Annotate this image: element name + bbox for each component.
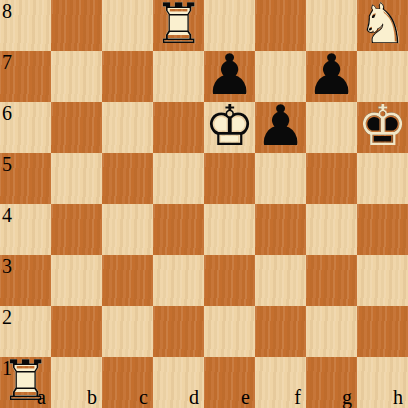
square-h6[interactable]: ♚♔ xyxy=(357,102,408,153)
white-knight[interactable]: ♞♘ xyxy=(357,0,408,51)
square-a1[interactable]: 1a♜♖ xyxy=(0,357,51,408)
square-d5[interactable] xyxy=(153,153,204,204)
square-g3[interactable] xyxy=(306,255,357,306)
square-c3[interactable] xyxy=(102,255,153,306)
square-b5[interactable] xyxy=(51,153,102,204)
square-f3[interactable] xyxy=(255,255,306,306)
square-b4[interactable] xyxy=(51,204,102,255)
piece-outline-glyph: ♘ xyxy=(357,0,407,52)
square-g5[interactable] xyxy=(306,153,357,204)
rank-label-5: 5 xyxy=(2,154,12,174)
square-g4[interactable] xyxy=(306,204,357,255)
square-a5[interactable]: 5 xyxy=(0,153,51,204)
black-pawn[interactable]: ♟ xyxy=(306,51,357,102)
file-label-e: e xyxy=(241,387,250,407)
square-h1[interactable]: h xyxy=(357,357,408,408)
square-f2[interactable] xyxy=(255,306,306,357)
piece-fill-glyph: ♞ xyxy=(357,0,407,52)
square-c6[interactable] xyxy=(102,102,153,153)
square-g2[interactable] xyxy=(306,306,357,357)
square-d7[interactable] xyxy=(153,51,204,102)
square-b3[interactable] xyxy=(51,255,102,306)
white-king[interactable]: ♚♔ xyxy=(204,102,255,153)
piece-fill-glyph: ♜ xyxy=(153,0,203,52)
piece-fill-glyph: ♟ xyxy=(255,98,305,154)
square-h8[interactable]: ♞♘ xyxy=(357,0,408,51)
piece-outline-glyph: ♖ xyxy=(153,0,203,52)
chess-board: 8♜♖♞♘7♟♟6♚♔♟♚♔54321a♜♖bcdefgh xyxy=(0,0,408,408)
square-f5[interactable] xyxy=(255,153,306,204)
rank-label-1: 1 xyxy=(2,358,12,378)
square-h2[interactable] xyxy=(357,306,408,357)
file-label-c: c xyxy=(139,387,148,407)
square-d3[interactable] xyxy=(153,255,204,306)
square-a4[interactable]: 4 xyxy=(0,204,51,255)
rank-label-2: 2 xyxy=(2,307,12,327)
square-c7[interactable] xyxy=(102,51,153,102)
file-label-h: h xyxy=(393,387,403,407)
piece-detail-glyph: ♔ xyxy=(357,98,407,154)
square-e4[interactable] xyxy=(204,204,255,255)
file-label-f: f xyxy=(294,387,301,407)
square-b8[interactable] xyxy=(51,0,102,51)
piece-outline-glyph: ♔ xyxy=(204,98,254,154)
square-h3[interactable] xyxy=(357,255,408,306)
square-a6[interactable]: 6 xyxy=(0,102,51,153)
square-c8[interactable] xyxy=(102,0,153,51)
black-king[interactable]: ♚♔ xyxy=(357,102,408,153)
square-b1[interactable]: b xyxy=(51,357,102,408)
white-rook[interactable]: ♜♖ xyxy=(153,0,204,51)
square-b7[interactable] xyxy=(51,51,102,102)
square-g8[interactable] xyxy=(306,0,357,51)
square-d2[interactable] xyxy=(153,306,204,357)
rank-label-4: 4 xyxy=(2,205,12,225)
square-h5[interactable] xyxy=(357,153,408,204)
black-pawn[interactable]: ♟ xyxy=(204,51,255,102)
square-g7[interactable]: ♟ xyxy=(306,51,357,102)
square-h7[interactable] xyxy=(357,51,408,102)
rank-label-7: 7 xyxy=(2,52,12,72)
piece-fill-glyph: ♚ xyxy=(204,98,254,154)
square-b6[interactable] xyxy=(51,102,102,153)
square-f1[interactable]: f xyxy=(255,357,306,408)
square-e3[interactable] xyxy=(204,255,255,306)
rank-label-3: 3 xyxy=(2,256,12,276)
square-c4[interactable] xyxy=(102,204,153,255)
square-c2[interactable] xyxy=(102,306,153,357)
piece-fill-glyph: ♚ xyxy=(357,98,407,154)
file-label-a: a xyxy=(37,387,46,407)
square-d4[interactable] xyxy=(153,204,204,255)
square-g6[interactable] xyxy=(306,102,357,153)
square-a3[interactable]: 3 xyxy=(0,255,51,306)
square-e7[interactable]: ♟ xyxy=(204,51,255,102)
square-f4[interactable] xyxy=(255,204,306,255)
rank-label-6: 6 xyxy=(2,103,12,123)
square-a2[interactable]: 2 xyxy=(0,306,51,357)
square-a7[interactable]: 7 xyxy=(0,51,51,102)
square-d8[interactable]: ♜♖ xyxy=(153,0,204,51)
piece-fill-glyph: ♟ xyxy=(204,47,254,103)
square-c1[interactable]: c xyxy=(102,357,153,408)
file-label-b: b xyxy=(87,387,97,407)
square-f6[interactable]: ♟ xyxy=(255,102,306,153)
square-e8[interactable] xyxy=(204,0,255,51)
square-e1[interactable]: e xyxy=(204,357,255,408)
square-e5[interactable] xyxy=(204,153,255,204)
square-b2[interactable] xyxy=(51,306,102,357)
square-d1[interactable]: d xyxy=(153,357,204,408)
square-e6[interactable]: ♚♔ xyxy=(204,102,255,153)
square-e2[interactable] xyxy=(204,306,255,357)
file-label-d: d xyxy=(189,387,199,407)
square-a8[interactable]: 8 xyxy=(0,0,51,51)
square-f7[interactable] xyxy=(255,51,306,102)
rank-label-8: 8 xyxy=(2,1,12,21)
square-h4[interactable] xyxy=(357,204,408,255)
file-label-g: g xyxy=(342,387,352,407)
square-d6[interactable] xyxy=(153,102,204,153)
black-pawn[interactable]: ♟ xyxy=(255,102,306,153)
square-f8[interactable] xyxy=(255,0,306,51)
square-g1[interactable]: g xyxy=(306,357,357,408)
piece-fill-glyph: ♟ xyxy=(306,47,356,103)
square-c5[interactable] xyxy=(102,153,153,204)
